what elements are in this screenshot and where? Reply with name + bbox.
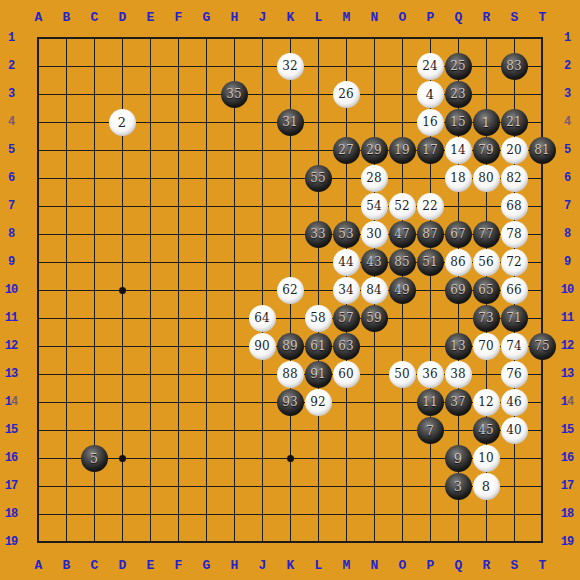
coord-label-K-bottom: K xyxy=(276,555,304,575)
move-number: 13 xyxy=(450,340,465,352)
move-number: 18 xyxy=(450,172,465,184)
stone-white-Q13[interactable]: 38 xyxy=(445,361,472,388)
coord-label-D-top: D xyxy=(108,7,136,27)
move-number: 29 xyxy=(366,144,381,156)
coord-label-3-left: 3 xyxy=(0,80,22,108)
stone-white-R14[interactable]: 12 xyxy=(473,389,500,416)
stone-white-Q9[interactable]: 86 xyxy=(445,249,472,276)
move-number: 36 xyxy=(422,368,437,380)
coord-label-2-left: 2 xyxy=(0,52,22,80)
coord-label-1-left: 1 xyxy=(0,24,22,52)
move-number: 1 xyxy=(482,116,490,129)
move-number: 58 xyxy=(310,312,325,324)
move-number: 79 xyxy=(478,144,493,156)
coord-label-T-top: T xyxy=(528,7,556,27)
stone-white-Q6[interactable]: 18 xyxy=(445,165,472,192)
stone-black-R11[interactable]: 73 xyxy=(473,305,500,332)
stone-black-Q3[interactable]: 23 xyxy=(445,81,472,108)
stone-white-S10[interactable]: 66 xyxy=(501,277,528,304)
stone-black-P15[interactable]: 7 xyxy=(417,417,444,444)
coord-label-4-right: 4 xyxy=(556,108,578,136)
stone-black-Q4[interactable]: 15 xyxy=(445,109,472,136)
coord-label-O-top: O xyxy=(388,7,416,27)
move-number: 61 xyxy=(310,340,325,352)
coord-label-17-right: 17 xyxy=(556,472,578,500)
move-number: 52 xyxy=(394,200,409,212)
move-number: 84 xyxy=(366,284,381,296)
move-number: 15 xyxy=(450,116,465,128)
stone-white-N8[interactable]: 30 xyxy=(361,221,388,248)
stone-black-P14[interactable]: 11 xyxy=(417,389,444,416)
move-number: 32 xyxy=(282,60,297,72)
coord-label-9-right: 9 xyxy=(556,248,578,276)
stone-black-Q16[interactable]: 9 xyxy=(445,445,472,472)
move-number: 2 xyxy=(118,116,126,129)
coord-label-13-right: 13 xyxy=(556,360,578,388)
stone-black-R8[interactable]: 77 xyxy=(473,221,500,248)
stone-white-M13[interactable]: 60 xyxy=(333,361,360,388)
stone-black-Q12[interactable]: 13 xyxy=(445,333,472,360)
stone-white-S13[interactable]: 76 xyxy=(501,361,528,388)
stone-black-M11[interactable]: 57 xyxy=(333,305,360,332)
stone-black-O8[interactable]: 47 xyxy=(389,221,416,248)
column-labels-bottom: ABCDEFGHJKLMNOPQRST xyxy=(24,555,556,575)
stone-white-M9[interactable]: 44 xyxy=(333,249,360,276)
coord-label-N-top: N xyxy=(360,7,388,27)
move-number: 92 xyxy=(310,396,325,408)
stone-white-D4[interactable]: 2 xyxy=(109,109,136,136)
stone-black-Q10[interactable]: 69 xyxy=(445,277,472,304)
move-number: 76 xyxy=(506,368,521,380)
stone-white-M10[interactable]: 34 xyxy=(333,277,360,304)
coord-label-14-left: 14 xyxy=(0,388,22,416)
stone-white-S6[interactable]: 82 xyxy=(501,165,528,192)
move-number: 66 xyxy=(506,284,521,296)
move-number: 93 xyxy=(282,396,297,408)
coord-label-K-top: K xyxy=(276,7,304,27)
move-number: 83 xyxy=(506,60,521,72)
coord-label-B-top: B xyxy=(52,7,80,27)
coord-label-3-right: 3 xyxy=(556,80,578,108)
move-number: 70 xyxy=(478,340,493,352)
stone-black-O9[interactable]: 85 xyxy=(389,249,416,276)
row-labels-left: 12345678910111213141516171819 xyxy=(0,24,22,556)
stone-white-S7[interactable]: 68 xyxy=(501,193,528,220)
stone-black-L8[interactable]: 33 xyxy=(305,221,332,248)
coord-label-R-top: R xyxy=(472,7,500,27)
coord-label-G-top: G xyxy=(192,7,220,27)
coord-label-R-bottom: R xyxy=(472,555,500,575)
move-number: 88 xyxy=(282,368,297,380)
move-number: 89 xyxy=(282,340,297,352)
move-number: 87 xyxy=(422,228,437,240)
stone-white-J12[interactable]: 90 xyxy=(249,333,276,360)
coord-label-8-left: 8 xyxy=(0,220,22,248)
move-number: 72 xyxy=(506,256,521,268)
stone-black-Q17[interactable]: 3 xyxy=(445,473,472,500)
stone-black-T5[interactable]: 81 xyxy=(529,137,556,164)
stone-black-S11[interactable]: 71 xyxy=(501,305,528,332)
coord-label-Q-top: Q xyxy=(444,7,472,27)
stone-black-Q8[interactable]: 67 xyxy=(445,221,472,248)
stone-white-N7[interactable]: 54 xyxy=(361,193,388,220)
stone-black-K4[interactable]: 31 xyxy=(277,109,304,136)
stone-white-S5[interactable]: 20 xyxy=(501,137,528,164)
stone-black-M5[interactable]: 27 xyxy=(333,137,360,164)
stone-white-M3[interactable]: 26 xyxy=(333,81,360,108)
stone-white-K10[interactable]: 62 xyxy=(277,277,304,304)
coord-label-12-right: 12 xyxy=(556,332,578,360)
move-number: 51 xyxy=(422,256,437,268)
coord-label-18-right: 18 xyxy=(556,500,578,528)
stone-white-Q5[interactable]: 14 xyxy=(445,137,472,164)
move-number: 27 xyxy=(338,144,353,156)
coord-label-L-top: L xyxy=(304,7,332,27)
coord-label-J-bottom: J xyxy=(248,555,276,575)
stone-black-K12[interactable]: 89 xyxy=(277,333,304,360)
coord-label-19-right: 19 xyxy=(556,528,578,556)
move-number: 71 xyxy=(506,312,521,324)
stone-black-R10[interactable]: 65 xyxy=(473,277,500,304)
stone-white-R12[interactable]: 70 xyxy=(473,333,500,360)
coord-label-13-left: 13 xyxy=(0,360,22,388)
move-number: 59 xyxy=(366,312,381,324)
coord-label-16-left: 16 xyxy=(0,444,22,472)
move-number: 20 xyxy=(506,144,521,156)
move-number: 54 xyxy=(366,200,381,212)
move-number: 19 xyxy=(394,144,409,156)
coord-label-10-right: 10 xyxy=(556,276,578,304)
move-number: 73 xyxy=(478,312,493,324)
stone-white-S12[interactable]: 74 xyxy=(501,333,528,360)
stone-black-L13[interactable]: 91 xyxy=(305,361,332,388)
move-number: 56 xyxy=(478,256,493,268)
row-labels-right: 12345678910111213141516171819 xyxy=(556,24,578,556)
stone-black-Q2[interactable]: 25 xyxy=(445,53,472,80)
stone-black-O5[interactable]: 19 xyxy=(389,137,416,164)
coord-label-P-bottom: P xyxy=(416,555,444,575)
move-number: 64 xyxy=(254,312,269,324)
stone-black-K14[interactable]: 93 xyxy=(277,389,304,416)
coord-label-F-bottom: F xyxy=(164,555,192,575)
move-number: 75 xyxy=(534,340,549,352)
move-number: 17 xyxy=(422,144,437,156)
move-number: 67 xyxy=(450,228,465,240)
coord-label-12-left: 12 xyxy=(0,332,22,360)
move-number: 47 xyxy=(394,228,409,240)
move-number: 35 xyxy=(226,88,241,100)
stone-black-R5[interactable]: 79 xyxy=(473,137,500,164)
move-number: 78 xyxy=(506,228,521,240)
stone-white-N6[interactable]: 28 xyxy=(361,165,388,192)
move-number: 49 xyxy=(394,284,409,296)
move-number: 5 xyxy=(90,452,98,465)
move-number: 11 xyxy=(422,396,437,408)
move-number: 40 xyxy=(506,424,521,436)
move-number: 68 xyxy=(506,200,521,212)
move-number: 91 xyxy=(310,368,325,380)
stone-white-S14[interactable]: 46 xyxy=(501,389,528,416)
coord-label-2-right: 2 xyxy=(556,52,578,80)
coord-label-8-right: 8 xyxy=(556,220,578,248)
move-number: 65 xyxy=(478,284,493,296)
stone-black-S2[interactable]: 83 xyxy=(501,53,528,80)
coord-label-7-left: 7 xyxy=(0,192,22,220)
coord-label-A-bottom: A xyxy=(24,555,52,575)
coord-label-C-bottom: C xyxy=(80,555,108,575)
stone-black-C16[interactable]: 5 xyxy=(81,445,108,472)
board-intersections[interactable]: 1234578910111213141516171819202122232425… xyxy=(24,24,556,556)
move-number: 45 xyxy=(478,424,493,436)
coord-label-15-left: 15 xyxy=(0,416,22,444)
move-number: 10 xyxy=(478,452,493,464)
stone-white-J11[interactable]: 64 xyxy=(249,305,276,332)
move-number: 85 xyxy=(394,256,409,268)
coord-label-1-right: 1 xyxy=(556,24,578,52)
move-number: 16 xyxy=(422,116,437,128)
move-number: 7 xyxy=(426,424,434,437)
move-number: 37 xyxy=(450,396,465,408)
stone-black-P9[interactable]: 51 xyxy=(417,249,444,276)
stone-white-K2[interactable]: 32 xyxy=(277,53,304,80)
stone-white-P2[interactable]: 24 xyxy=(417,53,444,80)
stone-white-K13[interactable]: 88 xyxy=(277,361,304,388)
move-number: 53 xyxy=(338,228,353,240)
stone-white-S8[interactable]: 78 xyxy=(501,221,528,248)
move-number: 69 xyxy=(450,284,465,296)
coord-label-6-left: 6 xyxy=(0,164,22,192)
coord-label-L-bottom: L xyxy=(304,555,332,575)
move-number: 57 xyxy=(338,312,353,324)
stone-black-T12[interactable]: 75 xyxy=(529,333,556,360)
stone-white-R9[interactable]: 56 xyxy=(473,249,500,276)
coord-label-A-top: A xyxy=(24,7,52,27)
coord-label-G-bottom: G xyxy=(192,555,220,575)
move-number: 8 xyxy=(482,480,490,493)
move-number: 24 xyxy=(422,60,437,72)
move-number: 44 xyxy=(338,256,353,268)
stone-black-M12[interactable]: 63 xyxy=(333,333,360,360)
coord-label-T-bottom: T xyxy=(528,555,556,575)
move-number: 31 xyxy=(282,116,297,128)
stone-white-O13[interactable]: 50 xyxy=(389,361,416,388)
stone-black-L6[interactable]: 55 xyxy=(305,165,332,192)
coord-label-E-top: E xyxy=(136,7,164,27)
coord-label-5-left: 5 xyxy=(0,136,22,164)
coord-label-6-right: 6 xyxy=(556,164,578,192)
coord-label-D-bottom: D xyxy=(108,555,136,575)
coord-label-17-left: 17 xyxy=(0,472,22,500)
move-number: 90 xyxy=(254,340,269,352)
coord-label-Q-bottom: Q xyxy=(444,555,472,575)
coord-label-M-top: M xyxy=(332,7,360,27)
move-number: 30 xyxy=(366,228,381,240)
coord-label-11-right: 11 xyxy=(556,304,578,332)
coord-label-15-right: 15 xyxy=(556,416,578,444)
coord-label-O-bottom: O xyxy=(388,555,416,575)
stone-white-O7[interactable]: 52 xyxy=(389,193,416,220)
stone-black-Q14[interactable]: 37 xyxy=(445,389,472,416)
go-board[interactable]: ABCDEFGHJKLMNOPQRST ABCDEFGHJKLMNOPQRST … xyxy=(0,0,580,580)
stone-black-N9[interactable]: 43 xyxy=(361,249,388,276)
coord-label-9-left: 9 xyxy=(0,248,22,276)
stone-black-H3[interactable]: 35 xyxy=(221,81,248,108)
coord-label-N-bottom: N xyxy=(360,555,388,575)
stone-white-R17[interactable]: 8 xyxy=(473,473,500,500)
move-number: 80 xyxy=(478,172,493,184)
coord-label-S-top: S xyxy=(500,7,528,27)
coord-label-H-top: H xyxy=(220,7,248,27)
stone-black-N5[interactable]: 29 xyxy=(361,137,388,164)
coord-label-7-right: 7 xyxy=(556,192,578,220)
stone-white-P3[interactable]: 4 xyxy=(417,81,444,108)
coord-label-B-bottom: B xyxy=(52,555,80,575)
stone-black-R15[interactable]: 45 xyxy=(473,417,500,444)
move-number: 55 xyxy=(310,172,325,184)
stone-white-N10[interactable]: 84 xyxy=(361,277,388,304)
coord-label-14-right: 14 xyxy=(556,388,578,416)
move-number: 86 xyxy=(450,256,465,268)
stone-white-P13[interactable]: 36 xyxy=(417,361,444,388)
move-number: 22 xyxy=(422,200,437,212)
coord-label-5-right: 5 xyxy=(556,136,578,164)
coord-label-11-left: 11 xyxy=(0,304,22,332)
move-number: 28 xyxy=(366,172,381,184)
move-number: 46 xyxy=(506,396,521,408)
coord-label-F-top: F xyxy=(164,7,192,27)
stone-white-L14[interactable]: 92 xyxy=(305,389,332,416)
coord-label-C-top: C xyxy=(80,7,108,27)
move-number: 63 xyxy=(338,340,353,352)
move-number: 3 xyxy=(454,480,462,493)
move-number: 60 xyxy=(338,368,353,380)
coord-label-10-left: 10 xyxy=(0,276,22,304)
stone-black-R4[interactable]: 1 xyxy=(473,109,500,136)
move-number: 33 xyxy=(310,228,325,240)
stone-black-S4[interactable]: 21 xyxy=(501,109,528,136)
move-number: 34 xyxy=(338,284,353,296)
move-number: 25 xyxy=(450,60,465,72)
move-number: 62 xyxy=(282,284,297,296)
coord-label-S-bottom: S xyxy=(500,555,528,575)
move-number: 21 xyxy=(506,116,521,128)
move-number: 77 xyxy=(478,228,493,240)
stone-white-S15[interactable]: 40 xyxy=(501,417,528,444)
coord-label-J-top: J xyxy=(248,7,276,27)
move-number: 43 xyxy=(366,256,381,268)
coord-label-H-bottom: H xyxy=(220,555,248,575)
move-number: 14 xyxy=(450,144,465,156)
move-number: 4 xyxy=(426,88,434,101)
stone-white-S9[interactable]: 72 xyxy=(501,249,528,276)
coord-label-4-left: 4 xyxy=(0,108,22,136)
move-number: 82 xyxy=(506,172,521,184)
move-number: 12 xyxy=(478,396,493,408)
coord-label-18-left: 18 xyxy=(0,500,22,528)
stone-black-L12[interactable]: 61 xyxy=(305,333,332,360)
move-number: 38 xyxy=(450,368,465,380)
coord-label-E-bottom: E xyxy=(136,555,164,575)
coord-label-M-bottom: M xyxy=(332,555,360,575)
stone-black-N11[interactable]: 59 xyxy=(361,305,388,332)
move-number: 74 xyxy=(506,340,521,352)
stone-black-P8[interactable]: 87 xyxy=(417,221,444,248)
stone-black-M8[interactable]: 53 xyxy=(333,221,360,248)
stone-white-P7[interactable]: 22 xyxy=(417,193,444,220)
stone-white-R6[interactable]: 80 xyxy=(473,165,500,192)
move-number: 9 xyxy=(454,452,462,465)
move-number: 50 xyxy=(394,368,409,380)
move-number: 81 xyxy=(534,144,549,156)
stone-black-O10[interactable]: 49 xyxy=(389,277,416,304)
stone-white-L11[interactable]: 58 xyxy=(305,305,332,332)
stone-white-P4[interactable]: 16 xyxy=(417,109,444,136)
coord-label-P-top: P xyxy=(416,7,444,27)
stone-white-R16[interactable]: 10 xyxy=(473,445,500,472)
move-number: 26 xyxy=(338,88,353,100)
stone-black-P5[interactable]: 17 xyxy=(417,137,444,164)
move-number: 23 xyxy=(450,88,465,100)
column-labels-top: ABCDEFGHJKLMNOPQRST xyxy=(24,7,556,27)
coord-label-19-left: 19 xyxy=(0,528,22,556)
coord-label-16-right: 16 xyxy=(556,444,578,472)
